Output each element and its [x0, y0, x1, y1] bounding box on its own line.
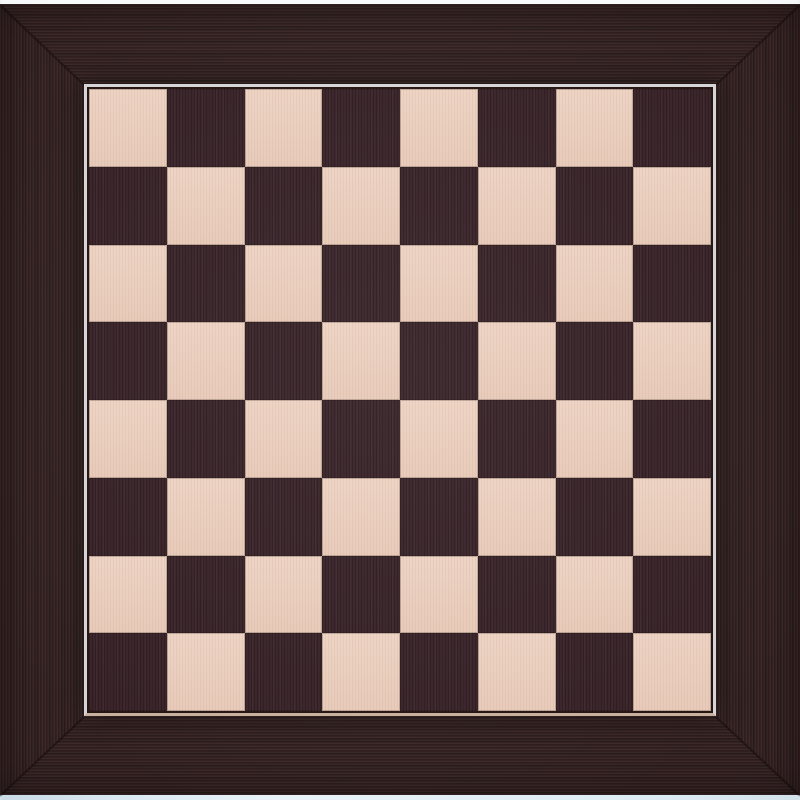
square-d1[interactable]: [322, 633, 400, 711]
square-d7[interactable]: [322, 167, 400, 245]
square-d2[interactable]: [322, 556, 400, 634]
square-h5[interactable]: [633, 322, 711, 400]
square-a1[interactable]: [89, 633, 167, 711]
square-g7[interactable]: [556, 167, 634, 245]
square-g6[interactable]: [556, 245, 634, 323]
square-b5[interactable]: [167, 322, 245, 400]
square-b2[interactable]: [167, 556, 245, 634]
frame-bottom-rail: [0, 716, 800, 795]
frame-left-rail: [0, 4, 84, 795]
square-b8[interactable]: [167, 89, 245, 167]
square-f3[interactable]: [478, 478, 556, 556]
square-f7[interactable]: [478, 167, 556, 245]
square-f4[interactable]: [478, 400, 556, 478]
square-h1[interactable]: [633, 633, 711, 711]
square-e5[interactable]: [400, 322, 478, 400]
square-a7[interactable]: [89, 167, 167, 245]
square-d4[interactable]: [322, 400, 400, 478]
square-h4[interactable]: [633, 400, 711, 478]
square-h3[interactable]: [633, 478, 711, 556]
square-c7[interactable]: [245, 167, 323, 245]
chessboard: [89, 89, 711, 711]
square-a4[interactable]: [89, 400, 167, 478]
square-c2[interactable]: [245, 556, 323, 634]
square-h7[interactable]: [633, 167, 711, 245]
square-h8[interactable]: [633, 89, 711, 167]
square-c8[interactable]: [245, 89, 323, 167]
square-c1[interactable]: [245, 633, 323, 711]
square-e2[interactable]: [400, 556, 478, 634]
square-e6[interactable]: [400, 245, 478, 323]
square-a5[interactable]: [89, 322, 167, 400]
frame-right-rail: [716, 4, 800, 795]
square-g1[interactable]: [556, 633, 634, 711]
square-f2[interactable]: [478, 556, 556, 634]
square-f8[interactable]: [478, 89, 556, 167]
square-d3[interactable]: [322, 478, 400, 556]
square-b3[interactable]: [167, 478, 245, 556]
square-g4[interactable]: [556, 400, 634, 478]
square-b7[interactable]: [167, 167, 245, 245]
square-c4[interactable]: [245, 400, 323, 478]
frame-top-rail: [0, 4, 800, 84]
square-f5[interactable]: [478, 322, 556, 400]
square-a6[interactable]: [89, 245, 167, 323]
square-g3[interactable]: [556, 478, 634, 556]
square-d5[interactable]: [322, 322, 400, 400]
square-c5[interactable]: [245, 322, 323, 400]
square-d6[interactable]: [322, 245, 400, 323]
square-a3[interactable]: [89, 478, 167, 556]
square-g2[interactable]: [556, 556, 634, 634]
square-g8[interactable]: [556, 89, 634, 167]
square-d8[interactable]: [322, 89, 400, 167]
square-a8[interactable]: [89, 89, 167, 167]
square-e8[interactable]: [400, 89, 478, 167]
photo-background-top-edge: [0, 0, 800, 4]
photo-background-bottom-edge: [0, 795, 800, 800]
square-a2[interactable]: [89, 556, 167, 634]
square-e7[interactable]: [400, 167, 478, 245]
square-e3[interactable]: [400, 478, 478, 556]
square-c3[interactable]: [245, 478, 323, 556]
square-e4[interactable]: [400, 400, 478, 478]
square-h2[interactable]: [633, 556, 711, 634]
square-h6[interactable]: [633, 245, 711, 323]
square-c6[interactable]: [245, 245, 323, 323]
square-f6[interactable]: [478, 245, 556, 323]
square-g5[interactable]: [556, 322, 634, 400]
square-f1[interactable]: [478, 633, 556, 711]
board-photo: [0, 0, 800, 800]
square-b4[interactable]: [167, 400, 245, 478]
square-b6[interactable]: [167, 245, 245, 323]
square-b1[interactable]: [167, 633, 245, 711]
square-e1[interactable]: [400, 633, 478, 711]
